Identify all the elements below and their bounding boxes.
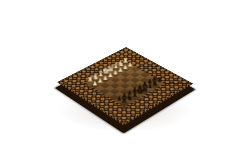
piece-white-pawn[interactable]: ♟ <box>89 80 101 86</box>
product-photo-canvas: ♜♟♟♜♞♟♟♞♝♟♟♝♛♟♟♛♚♟♟♚♝♟♟♝♞♟♟♞♜♟♟♜ <box>0 0 240 150</box>
piece-black-rook[interactable]: ♜ <box>118 97 131 104</box>
